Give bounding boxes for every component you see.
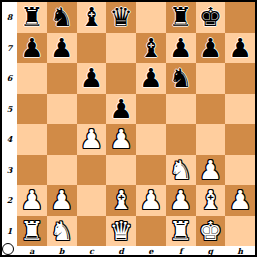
piece-black-knight[interactable]: ♞ — [50, 4, 73, 30]
piece-black-queen[interactable]: ♛ — [109, 4, 132, 30]
piece-white-bishop[interactable]: ♝ — [199, 187, 222, 213]
square-f5[interactable] — [166, 94, 196, 125]
white-to-move-indicator — [2, 243, 14, 255]
square-h4[interactable] — [225, 124, 255, 155]
file-label-e: e — [136, 246, 166, 255]
file-label-c: c — [77, 246, 107, 255]
square-a7[interactable]: ♟ — [17, 33, 47, 64]
piece-black-pawn[interactable]: ♟ — [50, 35, 73, 61]
piece-black-pawn[interactable]: ♟ — [228, 35, 251, 61]
square-f6[interactable]: ♞ — [166, 63, 196, 94]
file-labels: abcdefgh — [17, 246, 255, 255]
square-f3[interactable]: ♞ — [166, 155, 196, 186]
piece-black-pawn[interactable]: ♟ — [109, 96, 132, 122]
piece-white-king[interactable]: ♚ — [199, 218, 222, 244]
piece-white-pawn[interactable]: ♟ — [228, 187, 251, 213]
board: ♜♞♝♛♜♚♟♟♝♟♟♟♟♟♞♟♟♟♞♟♟♟♝♟♟♝♟♜♞♛♜♚ — [17, 2, 255, 246]
piece-black-pawn[interactable]: ♟ — [139, 65, 162, 91]
square-b6[interactable] — [47, 63, 77, 94]
piece-black-bishop[interactable]: ♝ — [80, 4, 103, 30]
square-d8[interactable]: ♛ — [106, 2, 136, 33]
square-b3[interactable] — [47, 155, 77, 186]
square-f8[interactable]: ♜ — [166, 2, 196, 33]
file-label-f: f — [166, 246, 196, 255]
piece-black-pawn[interactable]: ♟ — [20, 35, 43, 61]
rank-label-3: 3 — [2, 155, 17, 186]
piece-white-bishop[interactable]: ♝ — [109, 187, 132, 213]
square-h5[interactable] — [225, 94, 255, 125]
square-b7[interactable]: ♟ — [47, 33, 77, 64]
file-label-g: g — [196, 246, 226, 255]
square-g8[interactable]: ♚ — [196, 2, 226, 33]
square-g4[interactable] — [196, 124, 226, 155]
square-h6[interactable] — [225, 63, 255, 94]
square-b5[interactable] — [47, 94, 77, 125]
piece-white-pawn[interactable]: ♟ — [169, 187, 192, 213]
piece-white-pawn[interactable]: ♟ — [50, 187, 73, 213]
square-e1[interactable] — [136, 216, 166, 247]
square-b4[interactable] — [47, 124, 77, 155]
square-a5[interactable] — [17, 94, 47, 125]
piece-white-rook[interactable]: ♜ — [20, 218, 43, 244]
piece-white-pawn[interactable]: ♟ — [109, 126, 132, 152]
square-e5[interactable] — [136, 94, 166, 125]
square-d6[interactable] — [106, 63, 136, 94]
square-g6[interactable] — [196, 63, 226, 94]
rank-label-2: 2 — [2, 185, 17, 216]
square-b8[interactable]: ♞ — [47, 2, 77, 33]
file-label-d: d — [106, 246, 136, 255]
piece-white-pawn[interactable]: ♟ — [80, 126, 103, 152]
file-label-b: b — [47, 246, 77, 255]
piece-white-pawn[interactable]: ♟ — [199, 157, 222, 183]
square-c2[interactable] — [77, 185, 107, 216]
piece-black-king[interactable]: ♚ — [199, 4, 222, 30]
square-d4[interactable]: ♟ — [106, 124, 136, 155]
rank-label-7: 7 — [2, 33, 17, 64]
square-h8[interactable] — [225, 2, 255, 33]
piece-black-pawn[interactable]: ♟ — [199, 35, 222, 61]
piece-black-pawn[interactable]: ♟ — [80, 65, 103, 91]
square-g2[interactable]: ♝ — [196, 185, 226, 216]
square-e4[interactable] — [136, 124, 166, 155]
piece-white-knight[interactable]: ♞ — [50, 218, 73, 244]
square-e8[interactable] — [136, 2, 166, 33]
square-f7[interactable]: ♟ — [166, 33, 196, 64]
rank-label-8: 8 — [2, 2, 17, 33]
square-c3[interactable] — [77, 155, 107, 186]
piece-black-rook[interactable]: ♜ — [20, 4, 43, 30]
square-h7[interactable]: ♟ — [225, 33, 255, 64]
square-f1[interactable]: ♜ — [166, 216, 196, 247]
piece-black-knight[interactable]: ♞ — [169, 65, 192, 91]
square-a6[interactable] — [17, 63, 47, 94]
chess-diagram: 87654321 ♜♞♝♛♜♚♟♟♝♟♟♟♟♟♞♟♟♟♞♟♟♟♝♟♟♝♟♜♞♛♜… — [0, 0, 257, 257]
square-h3[interactable] — [225, 155, 255, 186]
square-c6[interactable]: ♟ — [77, 63, 107, 94]
rank-label-5: 5 — [2, 94, 17, 125]
square-b1[interactable]: ♞ — [47, 216, 77, 247]
square-f2[interactable]: ♟ — [166, 185, 196, 216]
square-g5[interactable] — [196, 94, 226, 125]
rank-label-1: 1 — [2, 216, 17, 247]
square-b2[interactable]: ♟ — [47, 185, 77, 216]
square-g1[interactable]: ♚ — [196, 216, 226, 247]
file-label-a: a — [17, 246, 47, 255]
square-a4[interactable] — [17, 124, 47, 155]
square-f4[interactable] — [166, 124, 196, 155]
square-d7[interactable] — [106, 33, 136, 64]
square-h2[interactable]: ♟ — [225, 185, 255, 216]
square-d1[interactable]: ♛ — [106, 216, 136, 247]
square-a3[interactable] — [17, 155, 47, 186]
piece-white-pawn[interactable]: ♟ — [20, 187, 43, 213]
square-e2[interactable]: ♟ — [136, 185, 166, 216]
square-e6[interactable]: ♟ — [136, 63, 166, 94]
file-label-h: h — [225, 246, 255, 255]
rank-label-6: 6 — [2, 63, 17, 94]
rank-label-4: 4 — [2, 124, 17, 155]
square-a1[interactable]: ♜ — [17, 216, 47, 247]
square-d3[interactable] — [106, 155, 136, 186]
square-g3[interactable]: ♟ — [196, 155, 226, 186]
square-e7[interactable]: ♝ — [136, 33, 166, 64]
square-c5[interactable] — [77, 94, 107, 125]
piece-white-pawn[interactable]: ♟ — [139, 187, 162, 213]
square-c7[interactable] — [77, 33, 107, 64]
square-a2[interactable]: ♟ — [17, 185, 47, 216]
square-h1[interactable] — [225, 216, 255, 247]
piece-black-bishop[interactable]: ♝ — [139, 35, 162, 61]
square-c8[interactable]: ♝ — [77, 2, 107, 33]
piece-white-queen[interactable]: ♛ — [109, 218, 132, 244]
piece-black-pawn[interactable]: ♟ — [169, 35, 192, 61]
piece-white-knight[interactable]: ♞ — [169, 157, 192, 183]
square-c1[interactable] — [77, 216, 107, 247]
square-a8[interactable]: ♜ — [17, 2, 47, 33]
square-d2[interactable]: ♝ — [106, 185, 136, 216]
square-g7[interactable]: ♟ — [196, 33, 226, 64]
piece-black-rook[interactable]: ♜ — [169, 4, 192, 30]
piece-white-rook[interactable]: ♜ — [169, 218, 192, 244]
square-e3[interactable] — [136, 155, 166, 186]
rank-labels: 87654321 — [2, 2, 17, 246]
square-c4[interactable]: ♟ — [77, 124, 107, 155]
square-d5[interactable]: ♟ — [106, 94, 136, 125]
